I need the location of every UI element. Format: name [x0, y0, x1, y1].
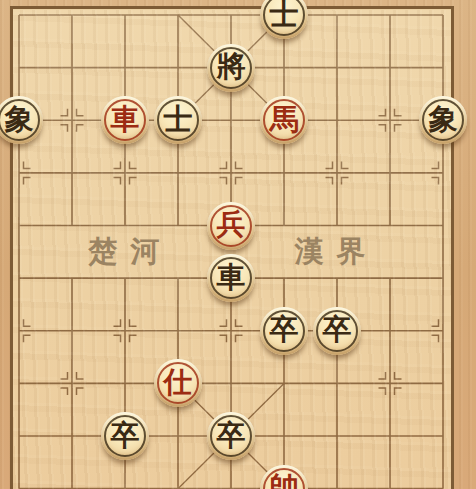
piece-glyph: 馬	[270, 105, 299, 134]
piece-glyph: 象	[5, 105, 34, 134]
piece-glyph: 卒	[270, 315, 299, 344]
piece-black-general[interactable]: 將	[207, 44, 255, 92]
piece-red-horse[interactable]: 馬	[260, 96, 308, 144]
piece-glyph: 卒	[217, 421, 246, 450]
piece-glyph: 仕	[164, 368, 193, 397]
piece-glyph: 車	[217, 263, 246, 292]
piece-black-elephant[interactable]: 象	[419, 96, 467, 144]
piece-glyph: 士	[270, 0, 299, 29]
piece-glyph: 卒	[111, 421, 140, 450]
piece-black-chariot[interactable]: 車	[207, 254, 255, 302]
piece-glyph: 兵	[217, 210, 246, 239]
piece-black-soldier[interactable]: 卒	[260, 307, 308, 355]
piece-red-chariot[interactable]: 車	[101, 96, 149, 144]
piece-glyph: 將	[217, 52, 246, 81]
piece-glyph: 象	[429, 105, 458, 134]
piece-red-soldier[interactable]: 兵	[207, 202, 255, 250]
piece-glyph: 士	[164, 105, 193, 134]
piece-black-soldier[interactable]: 卒	[207, 412, 255, 460]
piece-black-advisor[interactable]: 士	[154, 96, 202, 144]
piece-glyph: 帥	[270, 473, 299, 489]
xiangqi-board[interactable]: 楚河 漢界 士將象車士馬象兵車卒卒仕卒卒帥	[0, 0, 476, 489]
piece-glyph: 車	[111, 105, 140, 134]
piece-glyph: 卒	[323, 315, 352, 344]
piece-black-soldier[interactable]: 卒	[313, 307, 361, 355]
piece-black-soldier[interactable]: 卒	[101, 412, 149, 460]
